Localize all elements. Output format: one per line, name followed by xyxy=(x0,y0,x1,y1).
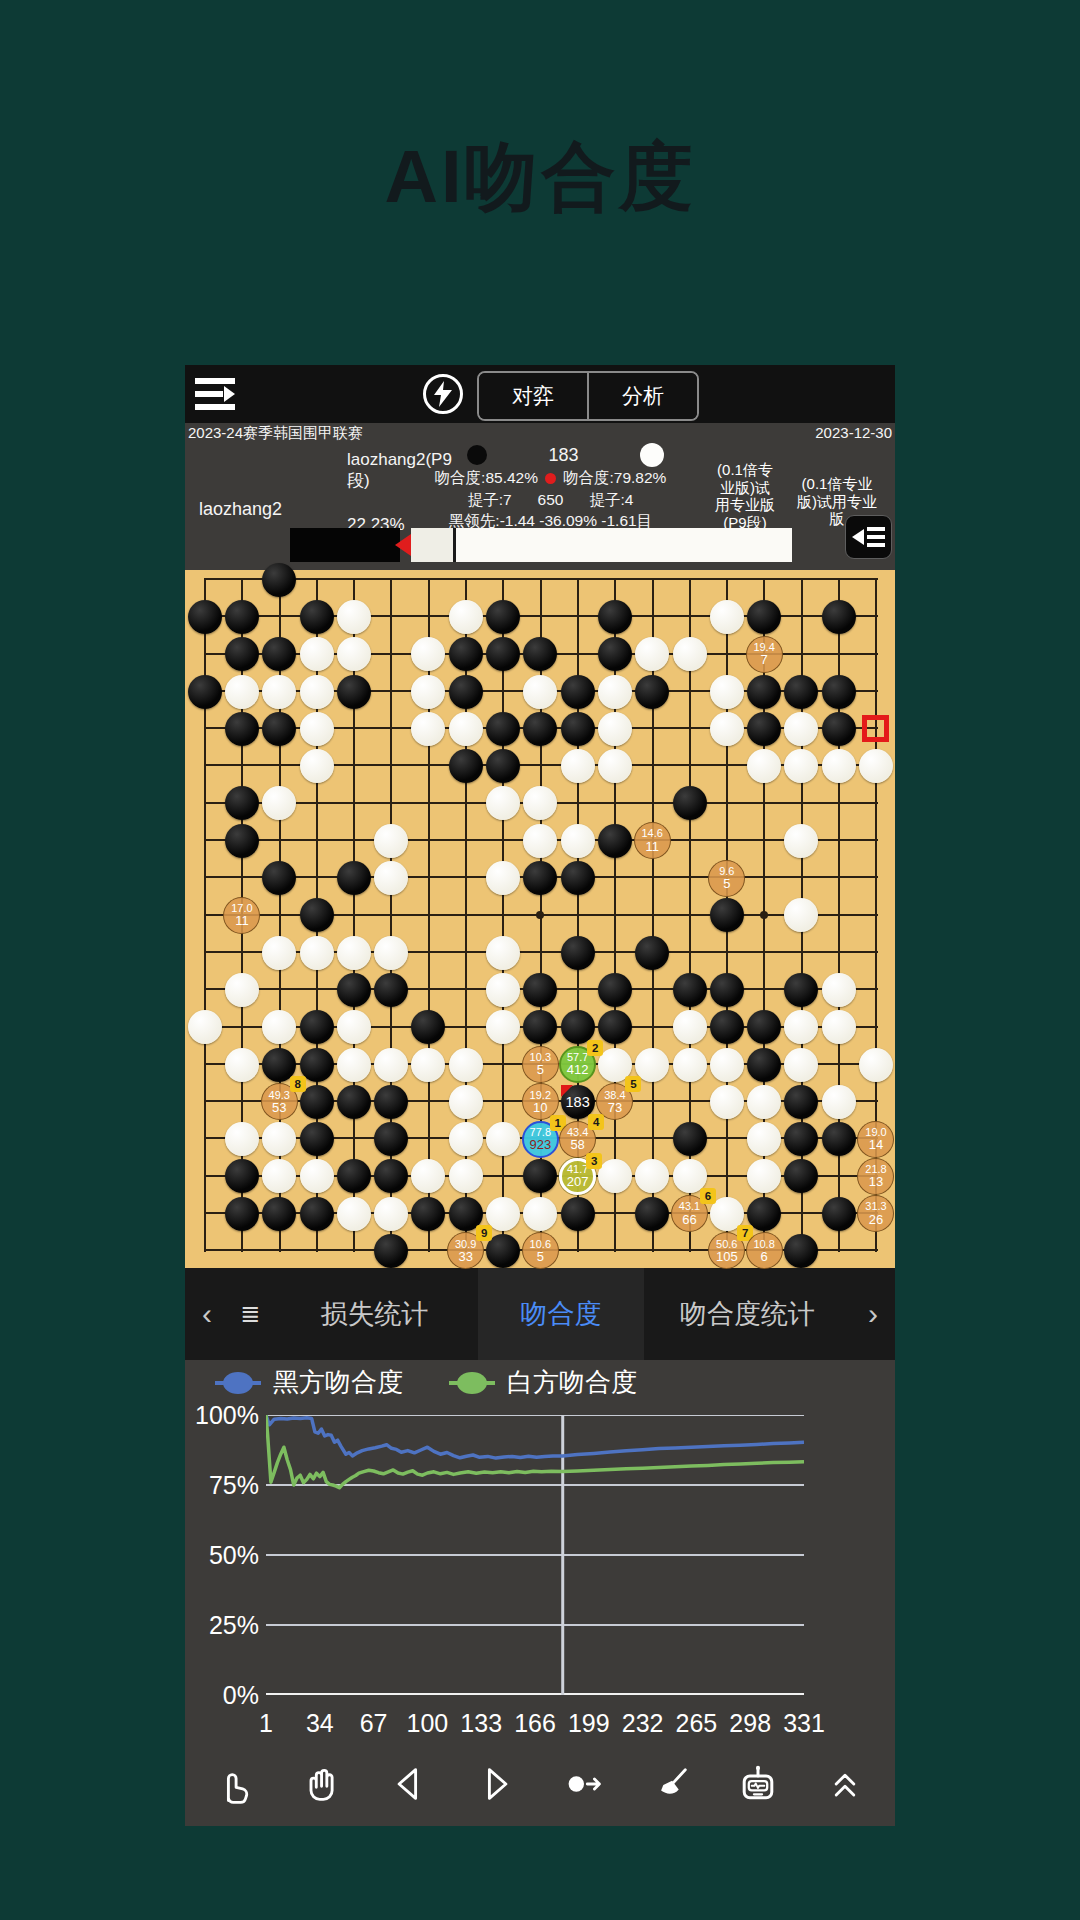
x-axis-label: 67 xyxy=(344,1709,404,1738)
stone-white[interactable] xyxy=(410,1158,447,1195)
bottom-toolbar xyxy=(185,1753,895,1815)
stone-black[interactable] xyxy=(596,971,633,1008)
stone-white[interactable] xyxy=(745,1158,782,1195)
ai-suggestion[interactable]: 77.89231 xyxy=(522,1120,559,1157)
stone-white[interactable] xyxy=(298,636,335,673)
black-captures: 提子:7 xyxy=(468,490,512,511)
stone-white[interactable] xyxy=(335,1009,372,1046)
stone-black[interactable] xyxy=(186,673,223,710)
stone-black[interactable] xyxy=(634,1195,671,1232)
stone-black[interactable] xyxy=(671,971,708,1008)
stone-white[interactable] xyxy=(298,1158,335,1195)
stone-black[interactable] xyxy=(634,673,671,710)
legend-black-match: 黑方吻合度 xyxy=(215,1365,403,1400)
stone-white[interactable] xyxy=(372,822,409,859)
next-triangle-icon[interactable] xyxy=(470,1758,522,1810)
tab-loss-stats[interactable]: 损失统计 xyxy=(271,1268,478,1360)
white-match-rate: 吻合度:79.82% xyxy=(563,468,666,489)
stone-black[interactable] xyxy=(298,897,335,934)
stone-black[interactable] xyxy=(559,859,596,896)
stone-black[interactable] xyxy=(745,1046,782,1083)
stone-white[interactable] xyxy=(820,971,857,1008)
stone-black[interactable] xyxy=(372,1083,409,1120)
stone-white[interactable] xyxy=(522,785,559,822)
white-captures: 提子:4 xyxy=(589,490,633,511)
x-axis-label: 100 xyxy=(397,1709,457,1738)
stone-black[interactable] xyxy=(261,561,298,598)
stone-black[interactable] xyxy=(186,598,223,635)
stone-white[interactable] xyxy=(410,636,447,673)
stone-white[interactable] xyxy=(298,934,335,971)
stone-black[interactable] xyxy=(671,1120,708,1157)
stone-white[interactable] xyxy=(335,1195,372,1232)
stone-white[interactable] xyxy=(745,1120,782,1157)
stone-black[interactable] xyxy=(671,785,708,822)
winrate-bar xyxy=(185,528,895,562)
stone-black[interactable] xyxy=(522,710,559,747)
current-move-marker: 183 xyxy=(559,1083,596,1120)
stone-black[interactable] xyxy=(261,710,298,747)
mode-switch: 对弈 分析 xyxy=(477,371,699,421)
x-axis-label: 331 xyxy=(774,1709,834,1738)
stone-black[interactable] xyxy=(447,747,484,784)
stone-black[interactable] xyxy=(745,598,782,635)
stone-white[interactable] xyxy=(708,1046,745,1083)
stone-black[interactable] xyxy=(484,636,521,673)
stone-black[interactable] xyxy=(372,1120,409,1157)
player-name: laozhang2 xyxy=(199,499,282,520)
stone-white[interactable] xyxy=(298,710,335,747)
stone-black[interactable] xyxy=(484,598,521,635)
stone-black[interactable] xyxy=(298,1009,335,1046)
stone-black[interactable] xyxy=(335,1158,372,1195)
menu-bar xyxy=(195,378,235,384)
x-axis-label: 232 xyxy=(613,1709,673,1738)
stone-black[interactable] xyxy=(634,934,671,971)
stone-white[interactable] xyxy=(559,822,596,859)
stone-white[interactable] xyxy=(447,598,484,635)
winrate-change-segment xyxy=(411,528,453,562)
stone-black[interactable] xyxy=(223,1158,260,1195)
stone-black[interactable] xyxy=(783,1083,820,1120)
menu-bar xyxy=(195,391,223,397)
stone-white[interactable] xyxy=(596,673,633,710)
stone-white[interactable] xyxy=(335,934,372,971)
analyze-button[interactable]: 分析 xyxy=(587,373,697,419)
stone-white[interactable] xyxy=(335,598,372,635)
trial-version-text: (0.1倍专 业版)试 用专业版 (P9段) xyxy=(697,461,793,532)
stone-white[interactable] xyxy=(261,1120,298,1157)
stone-black[interactable] xyxy=(522,1009,559,1046)
stone-white[interactable] xyxy=(522,1195,559,1232)
stone-white[interactable] xyxy=(484,859,521,896)
stone-white[interactable] xyxy=(820,1083,857,1120)
stone-white[interactable] xyxy=(484,1120,521,1157)
stone-black[interactable] xyxy=(223,822,260,859)
x-axis-label: 34 xyxy=(290,1709,350,1738)
stone-black[interactable] xyxy=(223,710,260,747)
stone-black[interactable] xyxy=(783,673,820,710)
ai-suggestion[interactable]: 17.011 xyxy=(223,897,260,934)
stone-black[interactable] xyxy=(372,1232,409,1269)
x-axis-label: 265 xyxy=(666,1709,726,1738)
red-dot-icon xyxy=(545,473,556,484)
x-axis-label: 166 xyxy=(505,1709,565,1738)
stone-black[interactable] xyxy=(559,710,596,747)
stone-white[interactable] xyxy=(484,1009,521,1046)
hand-icon[interactable] xyxy=(296,1758,348,1810)
clean-broom-icon[interactable] xyxy=(645,1758,697,1810)
stone-white[interactable] xyxy=(708,598,745,635)
stone-white[interactable] xyxy=(410,710,447,747)
stone-white[interactable] xyxy=(708,1083,745,1120)
back-lines-icon xyxy=(867,527,885,547)
stone-white[interactable] xyxy=(820,747,857,784)
stone-white[interactable] xyxy=(447,1046,484,1083)
stone-white[interactable] xyxy=(671,1009,708,1046)
stone-black[interactable] xyxy=(745,673,782,710)
y-axis-label: 100% xyxy=(185,1401,259,1430)
ai-suggestion[interactable]: 41.72073 xyxy=(559,1158,596,1195)
stone-black[interactable] xyxy=(372,1158,409,1195)
y-axis-label: 75% xyxy=(185,1471,259,1500)
stone-white[interactable] xyxy=(372,859,409,896)
double-up-icon[interactable] xyxy=(819,1758,871,1810)
ai-suggestion[interactable]: 10.86 xyxy=(745,1232,782,1269)
stone-white[interactable] xyxy=(261,673,298,710)
legend-white-match: 白方吻合度 xyxy=(449,1365,637,1400)
move-number: 183 xyxy=(548,445,578,466)
stone-white[interactable] xyxy=(410,1046,447,1083)
center-value: 650 xyxy=(538,491,564,509)
stone-black[interactable] xyxy=(522,971,559,1008)
stone-black[interactable] xyxy=(298,1120,335,1157)
stone-white[interactable] xyxy=(298,673,335,710)
stone-white[interactable] xyxy=(783,1009,820,1046)
pass-stone-icon[interactable] xyxy=(558,1758,610,1810)
stone-white[interactable] xyxy=(671,636,708,673)
stone-white[interactable] xyxy=(223,673,260,710)
x-axis-label: 1 xyxy=(236,1709,296,1738)
stone-black[interactable] xyxy=(335,859,372,896)
black-stone-icon xyxy=(467,445,487,465)
stone-black[interactable] xyxy=(522,636,559,673)
stone-black[interactable] xyxy=(410,1009,447,1046)
stone-white[interactable] xyxy=(447,710,484,747)
x-axis-label: 199 xyxy=(559,1709,619,1738)
tab-bar: ‹ ≣ 损失统计 吻合度 吻合度统计 › xyxy=(185,1268,895,1360)
stone-white[interactable] xyxy=(484,971,521,1008)
stone-black[interactable] xyxy=(559,1195,596,1232)
stone-white[interactable] xyxy=(335,1046,372,1083)
stone-white[interactable] xyxy=(261,934,298,971)
stone-white[interactable] xyxy=(484,934,521,971)
tab-prev-icon[interactable]: ‹ xyxy=(185,1268,229,1360)
app-window: 对弈 分析 2023-24赛季韩国围甲联赛 2023-12-30 laozhan… xyxy=(185,365,895,1826)
stone-white[interactable] xyxy=(857,1046,894,1083)
stone-white[interactable] xyxy=(522,673,559,710)
match-rate-chart[interactable] xyxy=(266,1415,804,1695)
stone-black[interactable] xyxy=(298,598,335,635)
stone-white[interactable] xyxy=(447,1083,484,1120)
go-board[interactable]: 17.01119.4714.6119.6549.353810.3557.7412… xyxy=(185,570,895,1268)
stone-white[interactable] xyxy=(186,1009,223,1046)
stone-black[interactable] xyxy=(596,822,633,859)
stone-black[interactable] xyxy=(223,1195,260,1232)
stone-white[interactable] xyxy=(559,747,596,784)
stone-white[interactable] xyxy=(783,897,820,934)
stone-white[interactable] xyxy=(261,1009,298,1046)
stone-black[interactable] xyxy=(559,673,596,710)
stone-white[interactable] xyxy=(298,747,335,784)
ai-suggestion[interactable]: 50.61057 xyxy=(708,1232,745,1269)
stone-white[interactable] xyxy=(261,785,298,822)
page-title: AI吻合度 xyxy=(0,128,1080,228)
hoshi-point xyxy=(522,897,559,934)
menu-arrow xyxy=(224,386,235,402)
match-summary: 183 吻合度:85.42% 吻合度:79.82% 提子:7 650 提子:4 … xyxy=(423,443,678,533)
stone-white[interactable] xyxy=(447,1158,484,1195)
stone-white[interactable] xyxy=(223,1046,260,1083)
stone-black[interactable] xyxy=(745,1009,782,1046)
stone-black[interactable] xyxy=(335,971,372,1008)
stone-black[interactable] xyxy=(745,710,782,747)
ai-suggestion[interactable]: 30.9339 xyxy=(447,1232,484,1269)
stone-white[interactable] xyxy=(522,822,559,859)
stone-white[interactable] xyxy=(596,710,633,747)
stone-black[interactable] xyxy=(335,1083,372,1120)
lightning-icon[interactable] xyxy=(423,374,463,414)
stone-black[interactable] xyxy=(820,673,857,710)
stone-white[interactable] xyxy=(820,1009,857,1046)
stone-black[interactable] xyxy=(447,673,484,710)
stone-black[interactable] xyxy=(261,636,298,673)
stone-black[interactable] xyxy=(484,710,521,747)
x-axis-label: 298 xyxy=(720,1709,780,1738)
stone-black[interactable] xyxy=(223,598,260,635)
ai-suggestion[interactable]: 10.35 xyxy=(522,1046,559,1083)
winrate-black-segment xyxy=(290,528,400,562)
event-name: 2023-24赛季韩国围甲联赛 xyxy=(188,424,363,443)
stone-white[interactable] xyxy=(596,747,633,784)
legend-marker-blue xyxy=(215,1372,261,1394)
stone-black[interactable] xyxy=(708,1009,745,1046)
stone-black[interactable] xyxy=(261,859,298,896)
menu-bar xyxy=(195,404,235,410)
stone-black[interactable] xyxy=(783,1158,820,1195)
tab-partial[interactable]: ≣ xyxy=(229,1268,271,1360)
stone-white[interactable] xyxy=(857,747,894,784)
stone-black[interactable] xyxy=(820,1120,857,1157)
stone-black[interactable] xyxy=(783,971,820,1008)
y-axis-label: 50% xyxy=(185,1541,259,1570)
y-axis-label: 0% xyxy=(185,1681,259,1710)
chart-legend: 黑方吻合度 白方吻合度 xyxy=(215,1365,637,1400)
stone-white[interactable] xyxy=(745,1083,782,1120)
back-arrow-icon xyxy=(852,529,864,545)
ai-suggestion[interactable]: 31.326 xyxy=(857,1195,894,1232)
stone-white[interactable] xyxy=(783,822,820,859)
stone-white[interactable] xyxy=(410,673,447,710)
stone-black[interactable] xyxy=(820,1195,857,1232)
legend-marker-green xyxy=(449,1372,495,1394)
tab-match-stats[interactable]: 吻合度统计 xyxy=(644,1268,851,1360)
stone-white[interactable] xyxy=(335,636,372,673)
stone-black[interactable] xyxy=(522,1158,559,1195)
menu-icon[interactable] xyxy=(195,377,241,411)
winrate-white-segment xyxy=(456,528,792,562)
ai-suggestion[interactable]: 10.65 xyxy=(522,1232,559,1269)
winrate-drop-arrow-icon xyxy=(395,534,411,556)
board-grid: 17.01119.4714.6119.6549.353810.3557.7412… xyxy=(186,561,895,1270)
stone-black[interactable] xyxy=(522,859,559,896)
stone-black[interactable] xyxy=(335,673,372,710)
stone-white[interactable] xyxy=(783,710,820,747)
x-axis-label: 133 xyxy=(451,1709,511,1738)
top-bar: 对弈 分析 xyxy=(185,365,895,423)
stone-black[interactable] xyxy=(261,1195,298,1232)
collapse-panel-button[interactable] xyxy=(845,515,892,559)
ai-suggestion[interactable]: 9.65 xyxy=(708,859,745,896)
stone-white[interactable] xyxy=(261,1158,298,1195)
y-axis-label: 25% xyxy=(185,1611,259,1640)
ai-suggestion[interactable]: 14.611 xyxy=(634,822,671,859)
stone-black[interactable] xyxy=(708,897,745,934)
stone-white[interactable] xyxy=(708,710,745,747)
stone-black[interactable] xyxy=(596,636,633,673)
stone-black[interactable] xyxy=(820,710,857,747)
stone-black[interactable] xyxy=(820,598,857,635)
stone-black[interactable] xyxy=(596,598,633,635)
ai-suggestion[interactable]: 19.47 xyxy=(745,636,782,673)
stone-white[interactable] xyxy=(372,934,409,971)
battle-button[interactable]: 对弈 xyxy=(479,373,587,419)
stone-black[interactable] xyxy=(298,1195,335,1232)
stone-black[interactable] xyxy=(783,1232,820,1269)
stone-white[interactable] xyxy=(708,673,745,710)
stone-white[interactable] xyxy=(372,1195,409,1232)
stone-white[interactable] xyxy=(745,747,782,784)
game-date: 2023-12-30 xyxy=(815,424,892,443)
stone-white[interactable] xyxy=(372,1046,409,1083)
tab-match-rate[interactable]: 吻合度 xyxy=(478,1268,644,1360)
stone-white[interactable] xyxy=(634,1158,671,1195)
stone-black[interactable] xyxy=(447,636,484,673)
white-stone-icon xyxy=(640,443,664,467)
ai-suggestion[interactable]: 43.1666 xyxy=(671,1195,708,1232)
stone-black[interactable] xyxy=(783,1120,820,1157)
tab-next-icon[interactable]: › xyxy=(851,1268,895,1360)
info-panel: 2023-24赛季韩国围甲联赛 2023-12-30 laozhang2 lao… xyxy=(185,423,895,570)
hoshi-point xyxy=(745,897,782,934)
ai-robot-icon[interactable] xyxy=(732,1758,784,1810)
stone-black[interactable] xyxy=(223,636,260,673)
stone-white[interactable] xyxy=(484,785,521,822)
stone-black[interactable] xyxy=(410,1195,447,1232)
stone-black[interactable] xyxy=(559,934,596,971)
stone-white[interactable] xyxy=(223,1120,260,1157)
ai-suggestion[interactable]: 57.74122 xyxy=(559,1046,596,1083)
stone-white[interactable] xyxy=(634,636,671,673)
stone-black[interactable] xyxy=(372,971,409,1008)
stone-black[interactable] xyxy=(708,971,745,1008)
stone-white[interactable] xyxy=(783,747,820,784)
stone-white[interactable] xyxy=(671,1046,708,1083)
stone-black[interactable] xyxy=(223,785,260,822)
ai-suggestion[interactable]: 49.3538 xyxy=(261,1083,298,1120)
ai-suggestion[interactable]: 19.014 xyxy=(857,1120,894,1157)
stone-white[interactable] xyxy=(223,971,260,1008)
stone-black[interactable] xyxy=(484,747,521,784)
stone-white[interactable] xyxy=(783,1046,820,1083)
ai-suggestion[interactable]: 21.813 xyxy=(857,1158,894,1195)
red-square-marker xyxy=(857,710,894,747)
prev-triangle-icon[interactable] xyxy=(383,1758,435,1810)
finger-tap-icon[interactable] xyxy=(209,1758,261,1810)
stone-white[interactable] xyxy=(447,1120,484,1157)
black-match-rate: 吻合度:85.42% xyxy=(435,468,538,489)
